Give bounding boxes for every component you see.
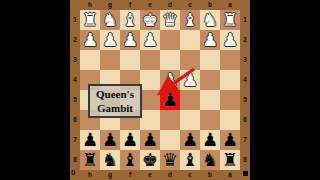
square-f8: ♝ [120, 150, 140, 170]
square-g1: ♞ [100, 10, 120, 30]
square-f7: ♟ [120, 130, 140, 150]
file-label-h: h [80, 0, 100, 9]
square-e3 [140, 50, 160, 70]
square-h3 [80, 50, 100, 70]
piece-black-p-e7: ♟ [140, 130, 160, 150]
square-a7: ♟ [220, 130, 240, 150]
square-d2 [160, 30, 180, 50]
square-c7: ♟ [180, 130, 200, 150]
square-e8: ♚ [140, 150, 160, 170]
file-labels-top: hgfedcba [80, 0, 240, 9]
square-b7: ♟ [200, 130, 220, 150]
file-label-c: c [180, 0, 200, 9]
file-label-a: a [220, 170, 240, 179]
rank-label-7: 7 [70, 130, 80, 150]
rank-labels-left: 12345678 [70, 10, 80, 170]
piece-white-b-c1: ♝ [180, 10, 200, 30]
piece-white-p-d4: ♟ [160, 70, 180, 90]
square-b3 [200, 50, 220, 70]
corner-dot [243, 171, 248, 176]
square-h8: ♜ [80, 150, 100, 170]
piece-black-r-h8: ♜ [80, 150, 100, 170]
rank-label-1: 1 [70, 10, 80, 30]
square-e7: ♟ [140, 130, 160, 150]
video-frame: hgfedcba hgfedcba 12345678 12345678 0 ♜♞… [0, 0, 320, 180]
file-label-d: d [160, 0, 180, 9]
square-d4: ♟ [160, 70, 180, 90]
rank-label-3: 3 [240, 50, 250, 70]
file-label-c: c [180, 170, 200, 179]
rank-label-6: 6 [70, 110, 80, 130]
piece-black-r-a8: ♜ [220, 150, 240, 170]
piece-black-n-g8: ♞ [100, 150, 120, 170]
opening-name-line1: Queen's [96, 87, 134, 101]
square-g2: ♟ [100, 30, 120, 50]
rank-label-5: 5 [70, 90, 80, 110]
square-b6 [200, 110, 220, 130]
piece-white-p-a2: ♟ [220, 30, 240, 50]
square-a1: ♜ [220, 10, 240, 30]
piece-black-q-d8: ♛ [160, 150, 180, 170]
square-c1: ♝ [180, 10, 200, 30]
square-a6 [220, 110, 240, 130]
file-label-b: b [200, 0, 220, 9]
square-d7 [160, 130, 180, 150]
rank-label-8: 8 [70, 150, 80, 170]
piece-black-n-b8: ♞ [200, 150, 220, 170]
square-a3 [220, 50, 240, 70]
square-b2: ♟ [200, 30, 220, 50]
square-c3 [180, 50, 200, 70]
piece-white-p-e2: ♟ [140, 30, 160, 50]
piece-white-b-f1: ♝ [120, 10, 140, 30]
rank-label-1: 1 [240, 10, 250, 30]
square-f2: ♟ [120, 30, 140, 50]
file-label-f: f [120, 170, 140, 179]
square-d6 [160, 110, 180, 130]
square-d5: ♟ [160, 90, 180, 110]
rank-label-8: 8 [240, 150, 250, 170]
square-b5 [200, 90, 220, 110]
square-c5 [180, 90, 200, 110]
piece-black-p-h7: ♟ [80, 130, 100, 150]
rank-label-7: 7 [240, 130, 250, 150]
rank-label-2: 2 [240, 30, 250, 50]
square-h2: ♟ [80, 30, 100, 50]
piece-black-p-a7: ♟ [220, 130, 240, 150]
file-labels-bottom: hgfedcba [80, 170, 240, 179]
piece-black-k-e8: ♚ [140, 150, 160, 170]
rank-label-4: 4 [240, 70, 250, 90]
file-label-e: e [140, 0, 160, 9]
file-label-f: f [120, 0, 140, 9]
piece-white-p-g2: ♟ [100, 30, 120, 50]
rank-label-3: 3 [70, 50, 80, 70]
piece-white-p-c4: ♟ [180, 70, 200, 90]
corner-mark: 0 [71, 168, 75, 178]
piece-black-p-c7: ♟ [180, 130, 200, 150]
opening-name-label: Queen's Gambit [88, 84, 142, 118]
file-label-d: d [160, 170, 180, 179]
piece-white-p-f2: ♟ [120, 30, 140, 50]
chess-board: hgfedcba hgfedcba 12345678 12345678 0 ♜♞… [70, 0, 250, 180]
piece-white-r-a1: ♜ [220, 10, 240, 30]
piece-white-p-h2: ♟ [80, 30, 100, 50]
square-e6 [140, 110, 160, 130]
rank-label-6: 6 [240, 110, 250, 130]
square-d3 [160, 50, 180, 70]
square-g8: ♞ [100, 150, 120, 170]
piece-black-b-c8: ♝ [180, 150, 200, 170]
file-label-b: b [200, 170, 220, 179]
piece-white-n-b1: ♞ [200, 10, 220, 30]
piece-black-p-d5: ♟ [160, 90, 180, 110]
square-e5 [140, 90, 160, 110]
square-g3 [100, 50, 120, 70]
square-a8: ♜ [220, 150, 240, 170]
square-e1: ♚ [140, 10, 160, 30]
square-b8: ♞ [200, 150, 220, 170]
square-a4 [220, 70, 240, 90]
square-d8: ♛ [160, 150, 180, 170]
square-b4 [200, 70, 220, 90]
square-c2 [180, 30, 200, 50]
rank-label-5: 5 [240, 90, 250, 110]
opening-name-line2: Gambit [97, 101, 133, 115]
file-label-g: g [100, 0, 120, 9]
file-label-a: a [220, 0, 240, 9]
square-c6 [180, 110, 200, 130]
file-label-g: g [100, 170, 120, 179]
square-a5 [220, 90, 240, 110]
square-b1: ♞ [200, 10, 220, 30]
piece-black-p-g7: ♟ [100, 130, 120, 150]
square-d1: ♛ [160, 10, 180, 30]
square-f1: ♝ [120, 10, 140, 30]
file-label-h: h [80, 170, 100, 179]
square-g7: ♟ [100, 130, 120, 150]
file-label-e: e [140, 170, 160, 179]
piece-black-b-f8: ♝ [120, 150, 140, 170]
piece-white-n-g1: ♞ [100, 10, 120, 30]
piece-black-p-f7: ♟ [120, 130, 140, 150]
piece-white-r-h1: ♜ [80, 10, 100, 30]
square-e2: ♟ [140, 30, 160, 50]
square-h7: ♟ [80, 130, 100, 150]
rank-label-4: 4 [70, 70, 80, 90]
rank-label-2: 2 [70, 30, 80, 50]
square-a2: ♟ [220, 30, 240, 50]
piece-white-p-b2: ♟ [200, 30, 220, 50]
piece-white-q-d1: ♛ [160, 10, 180, 30]
rank-labels-right: 12345678 [240, 10, 250, 170]
square-f3 [120, 50, 140, 70]
square-c8: ♝ [180, 150, 200, 170]
piece-white-k-e1: ♚ [140, 10, 160, 30]
square-h1: ♜ [80, 10, 100, 30]
piece-black-p-b7: ♟ [200, 130, 220, 150]
square-c4: ♟ [180, 70, 200, 90]
square-e4 [140, 70, 160, 90]
